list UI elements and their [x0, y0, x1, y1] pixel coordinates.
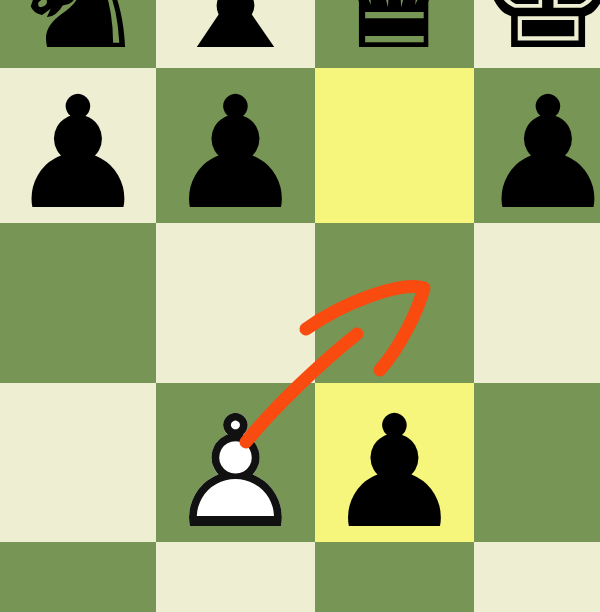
black-king[interactable]: ♚ [474, 0, 600, 68]
square-d4[interactable] [315, 542, 474, 612]
square-d5-highlighted[interactable]: ♟ [315, 383, 474, 542]
black-pawn-c7[interactable]: ♟ [166, 76, 305, 223]
square-e8[interactable]: ♚ [474, 0, 600, 68]
square-e4[interactable] [474, 542, 600, 612]
square-c8[interactable]: ♝ [156, 0, 315, 68]
board-grid: ♞ ♝ ♛ ♚ ♟ ♟ ♟ ♟ ♙ [0, 0, 600, 612]
square-c7[interactable]: ♟ [156, 68, 315, 223]
black-bishop[interactable]: ♝ [162, 0, 310, 68]
white-pawn-c5-outline: ♙ [166, 395, 305, 542]
black-pawn-e7[interactable]: ♟ [479, 76, 600, 223]
black-queen[interactable]: ♛ [321, 0, 469, 68]
square-b7[interactable]: ♟ [0, 68, 156, 223]
square-b6[interactable] [0, 223, 156, 383]
square-d6[interactable] [315, 223, 474, 383]
square-b5[interactable] [0, 383, 156, 542]
square-b4[interactable] [0, 542, 156, 612]
square-c6[interactable] [156, 223, 315, 383]
square-b8[interactable]: ♞ [0, 0, 156, 68]
black-pawn-d5[interactable]: ♟ [325, 395, 464, 542]
black-pawn-b7[interactable]: ♟ [9, 76, 148, 223]
square-e5[interactable] [474, 383, 600, 542]
black-knight[interactable]: ♞ [4, 0, 152, 68]
square-c5[interactable]: ♟ ♙ [156, 383, 315, 542]
square-e7[interactable]: ♟ [474, 68, 600, 223]
square-e6[interactable] [474, 223, 600, 383]
square-d7-highlighted[interactable] [315, 68, 474, 223]
chess-board: ♞ ♝ ♛ ♚ ♟ ♟ ♟ ♟ ♙ [0, 0, 600, 612]
square-d8[interactable]: ♛ [315, 0, 474, 68]
square-c4[interactable] [156, 542, 315, 612]
